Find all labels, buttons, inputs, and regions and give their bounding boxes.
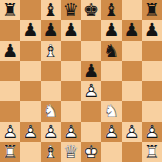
black-pawn-glyph: ♟ <box>81 61 101 81</box>
square-c1[interactable]: ♝♗ <box>41 142 61 162</box>
square-h7[interactable]: ♟ <box>142 20 162 40</box>
square-a1[interactable]: ♜♖ <box>0 142 20 162</box>
white-bishop-outline: ♗ <box>41 142 61 162</box>
square-f6[interactable]: ♞ <box>101 41 121 61</box>
square-b8[interactable] <box>20 0 40 20</box>
square-a4[interactable] <box>0 81 20 101</box>
white-knight-outline: ♘ <box>101 101 121 121</box>
square-f8[interactable]: ♝ <box>101 0 121 20</box>
square-f2[interactable]: ♟♙ <box>101 122 121 142</box>
black-rook-glyph: ♜ <box>142 0 162 20</box>
square-c2[interactable]: ♟♙ <box>41 122 61 142</box>
white-pawn: ♟♙ <box>20 122 40 142</box>
white-pawn: ♟♙ <box>61 122 81 142</box>
white-rook: ♜♖ <box>142 142 162 162</box>
square-a3[interactable] <box>0 101 20 121</box>
square-g2[interactable]: ♟♙ <box>122 122 142 142</box>
black-queen: ♛ <box>61 0 81 20</box>
black-pawn: ♟ <box>41 20 61 40</box>
square-a5[interactable] <box>0 61 20 81</box>
white-pawn-outline: ♙ <box>41 122 61 142</box>
black-pawn: ♟ <box>101 20 121 40</box>
black-rook: ♜ <box>0 0 20 20</box>
square-a2[interactable]: ♟♙ <box>0 122 20 142</box>
black-pawn-glyph: ♟ <box>61 20 81 40</box>
square-g6[interactable] <box>122 41 142 61</box>
square-b6[interactable] <box>20 41 40 61</box>
square-b1[interactable] <box>20 142 40 162</box>
black-pawn-glyph: ♟ <box>101 20 121 40</box>
square-h1[interactable]: ♜♖ <box>142 142 162 162</box>
square-c5[interactable] <box>41 61 61 81</box>
square-e1[interactable]: ♚♔ <box>81 142 101 162</box>
square-h2[interactable]: ♟♙ <box>142 122 162 142</box>
white-rook-outline: ♖ <box>142 142 162 162</box>
black-pawn-glyph: ♟ <box>41 20 61 40</box>
square-e4[interactable]: ♟♙ <box>81 81 101 101</box>
white-bishop: ♝♗ <box>41 142 61 162</box>
square-a8[interactable]: ♜ <box>0 0 20 20</box>
white-rook-outline: ♖ <box>0 142 20 162</box>
white-pawn-outline: ♙ <box>0 122 20 142</box>
black-pawn: ♟ <box>0 41 20 61</box>
square-f4[interactable] <box>101 81 121 101</box>
chess-board: ♜♝♛♚♝♜♟♟♟♟♟♟♟♝♗♞♟♟♙♞♘♞♘♟♙♟♙♟♙♟♙♟♙♟♙♟♙♜♖♝… <box>0 0 162 162</box>
square-d2[interactable]: ♟♙ <box>61 122 81 142</box>
black-pawn: ♟ <box>142 20 162 40</box>
white-rook: ♜♖ <box>0 142 20 162</box>
square-d8[interactable]: ♛ <box>61 0 81 20</box>
black-rook-glyph: ♜ <box>0 0 20 20</box>
white-pawn-outline: ♙ <box>20 122 40 142</box>
black-pawn: ♟ <box>122 20 142 40</box>
square-d3[interactable] <box>61 101 81 121</box>
white-pawn-outline: ♙ <box>61 122 81 142</box>
white-pawn: ♟♙ <box>101 122 121 142</box>
white-pawn-outline: ♙ <box>81 81 101 101</box>
square-d5[interactable] <box>61 61 81 81</box>
square-e8[interactable]: ♚ <box>81 0 101 20</box>
black-knight: ♞ <box>101 41 121 61</box>
white-king-outline: ♔ <box>81 142 101 162</box>
square-f1[interactable] <box>101 142 121 162</box>
square-a7[interactable] <box>0 20 20 40</box>
square-g4[interactable] <box>122 81 142 101</box>
white-pawn: ♟♙ <box>41 122 61 142</box>
square-b7[interactable]: ♟ <box>20 20 40 40</box>
square-d4[interactable] <box>61 81 81 101</box>
white-pawn-outline: ♙ <box>142 122 162 142</box>
square-h4[interactable] <box>142 81 162 101</box>
black-queen-glyph: ♛ <box>61 0 81 20</box>
white-knight-outline: ♘ <box>41 101 61 121</box>
square-b2[interactable]: ♟♙ <box>20 122 40 142</box>
white-queen-outline: ♕ <box>61 142 81 162</box>
black-knight-glyph: ♞ <box>101 41 121 61</box>
black-bishop-glyph: ♝ <box>101 0 121 20</box>
square-d7[interactable]: ♟ <box>61 20 81 40</box>
square-f5[interactable] <box>101 61 121 81</box>
square-g1[interactable] <box>122 142 142 162</box>
black-pawn: ♟ <box>20 20 40 40</box>
square-e3[interactable] <box>81 101 101 121</box>
white-pawn: ♟♙ <box>81 81 101 101</box>
black-bishop-glyph: ♝ <box>41 0 61 20</box>
square-g5[interactable] <box>122 61 142 81</box>
black-pawn: ♟ <box>81 61 101 81</box>
black-pawn-glyph: ♟ <box>0 41 20 61</box>
square-e2[interactable] <box>81 122 101 142</box>
black-rook: ♜ <box>142 0 162 20</box>
square-b4[interactable] <box>20 81 40 101</box>
black-king-glyph: ♚ <box>81 0 101 20</box>
white-pawn: ♟♙ <box>0 122 20 142</box>
white-pawn-outline: ♙ <box>122 122 142 142</box>
square-g3[interactable] <box>122 101 142 121</box>
black-bishop: ♝ <box>41 0 61 20</box>
square-g8[interactable] <box>122 0 142 20</box>
white-pawn: ♟♙ <box>142 122 162 142</box>
square-e6[interactable] <box>81 41 101 61</box>
square-a6[interactable]: ♟ <box>0 41 20 61</box>
square-c6[interactable]: ♝♗ <box>41 41 61 61</box>
square-c7[interactable]: ♟ <box>41 20 61 40</box>
white-knight: ♞♘ <box>41 101 61 121</box>
black-pawn-glyph: ♟ <box>20 20 40 40</box>
square-h8[interactable]: ♜ <box>142 0 162 20</box>
square-f7[interactable]: ♟ <box>101 20 121 40</box>
square-g7[interactable]: ♟ <box>122 20 142 40</box>
black-pawn-glyph: ♟ <box>122 20 142 40</box>
black-pawn-glyph: ♟ <box>142 20 162 40</box>
square-d6[interactable] <box>61 41 81 61</box>
white-queen: ♛♕ <box>61 142 81 162</box>
square-b5[interactable] <box>20 61 40 81</box>
square-c8[interactable]: ♝ <box>41 0 61 20</box>
square-b3[interactable] <box>20 101 40 121</box>
square-c3[interactable]: ♞♘ <box>41 101 61 121</box>
black-bishop: ♝ <box>101 0 121 20</box>
white-bishop: ♝♗ <box>41 41 61 61</box>
square-f3[interactable]: ♞♘ <box>101 101 121 121</box>
white-bishop-outline: ♗ <box>41 41 61 61</box>
white-knight: ♞♘ <box>101 101 121 121</box>
white-pawn-outline: ♙ <box>101 122 121 142</box>
black-pawn: ♟ <box>61 20 81 40</box>
square-e7[interactable] <box>81 20 101 40</box>
square-e5[interactable]: ♟ <box>81 61 101 81</box>
black-king: ♚ <box>81 0 101 20</box>
square-d1[interactable]: ♛♕ <box>61 142 81 162</box>
white-pawn: ♟♙ <box>122 122 142 142</box>
square-h3[interactable] <box>142 101 162 121</box>
white-king: ♚♔ <box>81 142 101 162</box>
square-h5[interactable] <box>142 61 162 81</box>
square-c4[interactable] <box>41 81 61 101</box>
square-h6[interactable] <box>142 41 162 61</box>
